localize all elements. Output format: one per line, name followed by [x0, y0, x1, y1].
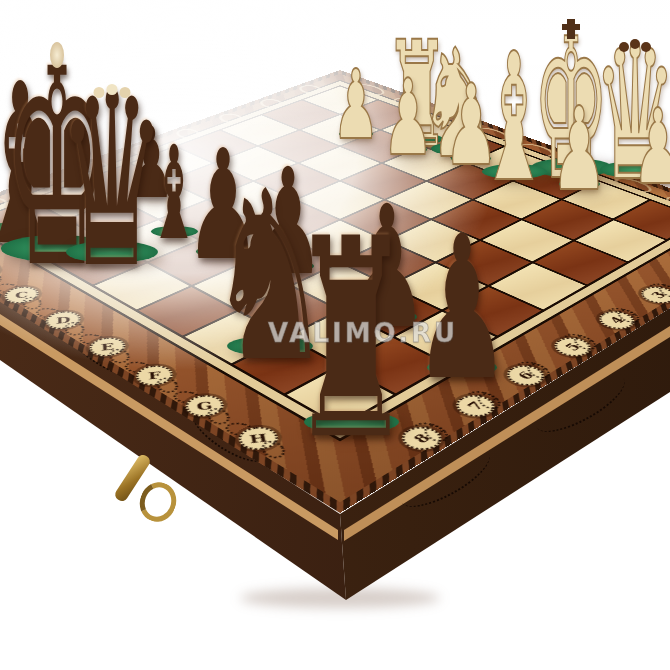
white-pawn: ♟ — [551, 92, 608, 207]
white-pawn: ♟ — [632, 95, 670, 199]
label-ring: 3 — [634, 283, 670, 306]
brown-queen: ♛ — [58, 59, 166, 301]
label-ring: H — [237, 425, 281, 451]
label-ring: F — [135, 364, 174, 387]
white-queen-finial — [630, 39, 640, 49]
watermark: VALIMO.RU — [268, 318, 458, 348]
label-ring: 5 — [547, 334, 597, 360]
brown-queen-finial — [107, 84, 118, 95]
brown-pawn: ♟ — [413, 210, 511, 408]
chess-set-photo: ABCDEFGH 12345678 ♟♜♞♟♟♚♛♝♟♟♟♝♝♚♟♛♟♟♞♟♜ … — [0, 0, 670, 670]
white-bishop: ♝ — [478, 30, 549, 207]
label-ring: 4 — [592, 308, 641, 333]
label-ring: E — [89, 336, 126, 358]
white-pawn: ♟ — [382, 66, 434, 171]
white-pawn: ♟ — [332, 57, 379, 153]
white-king-finial — [567, 19, 575, 39]
